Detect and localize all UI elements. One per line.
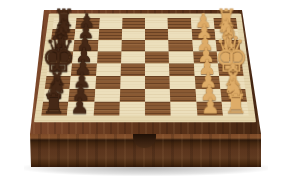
board-scene: ♜♟♟♜♞♟♟♞♝♟♟♝♛♟♟♛♚♟♟♚♝♟♟♝♞♟♟♞♜♟♟♜: [0, 0, 290, 182]
square-f6[interactable]: [95, 76, 120, 89]
square-d6[interactable]: [97, 52, 122, 64]
square-c4[interactable]: [145, 40, 169, 52]
square-g4[interactable]: [145, 89, 170, 102]
square-h5[interactable]: [119, 102, 145, 116]
square-h3[interactable]: [170, 102, 196, 116]
square-g5[interactable]: [120, 89, 145, 102]
square-a6[interactable]: [99, 18, 122, 29]
square-a3[interactable]: [168, 18, 191, 29]
square-h6[interactable]: [93, 102, 119, 116]
square-c6[interactable]: [97, 40, 121, 52]
square-h8[interactable]: ♜: [41, 102, 68, 116]
square-a5[interactable]: [122, 18, 145, 29]
square-b6[interactable]: [98, 29, 122, 40]
square-d4[interactable]: [145, 52, 169, 64]
square-h4[interactable]: [145, 102, 171, 116]
square-f3[interactable]: [170, 76, 195, 89]
piece-black-rook[interactable]: ♜: [42, 90, 66, 117]
square-e3[interactable]: [169, 64, 194, 76]
square-e6[interactable]: [96, 64, 121, 76]
square-f4[interactable]: [145, 76, 170, 89]
square-b4[interactable]: [145, 29, 168, 40]
square-f5[interactable]: [120, 76, 145, 89]
square-g3[interactable]: [170, 89, 196, 102]
square-h2[interactable]: ♟: [196, 102, 223, 116]
piece-black-pawn[interactable]: ♟: [70, 96, 89, 117]
square-e5[interactable]: [120, 64, 145, 76]
piece-white-pawn[interactable]: ♟: [200, 96, 219, 117]
chess-set-photo: ♜♟♟♜♞♟♟♞♝♟♟♝♛♟♟♛♚♟♟♚♝♟♟♝♞♟♟♞♜♟♟♜: [0, 0, 290, 182]
square-e4[interactable]: [145, 64, 170, 76]
square-h7[interactable]: ♟: [67, 102, 94, 116]
square-a4[interactable]: [145, 18, 168, 29]
square-g6[interactable]: [94, 89, 120, 102]
square-h1[interactable]: ♜: [221, 102, 248, 116]
chessboard: ♜♟♟♜♞♟♟♞♝♟♟♝♛♟♟♛♚♟♟♚♝♟♟♝♞♟♟♞♜♟♟♜: [34, 14, 256, 123]
square-c5[interactable]: [121, 40, 145, 52]
square-b5[interactable]: [122, 29, 145, 40]
piece-white-rook[interactable]: ♜: [224, 90, 248, 117]
square-c3[interactable]: [168, 40, 192, 52]
square-d3[interactable]: [169, 52, 194, 64]
square-b3[interactable]: [168, 29, 192, 40]
board-squares: ♜♟♟♜♞♟♟♞♝♟♟♝♛♟♟♛♚♟♟♚♝♟♟♝♞♟♟♞♜♟♟♜: [41, 18, 248, 116]
square-d5[interactable]: [121, 52, 145, 64]
